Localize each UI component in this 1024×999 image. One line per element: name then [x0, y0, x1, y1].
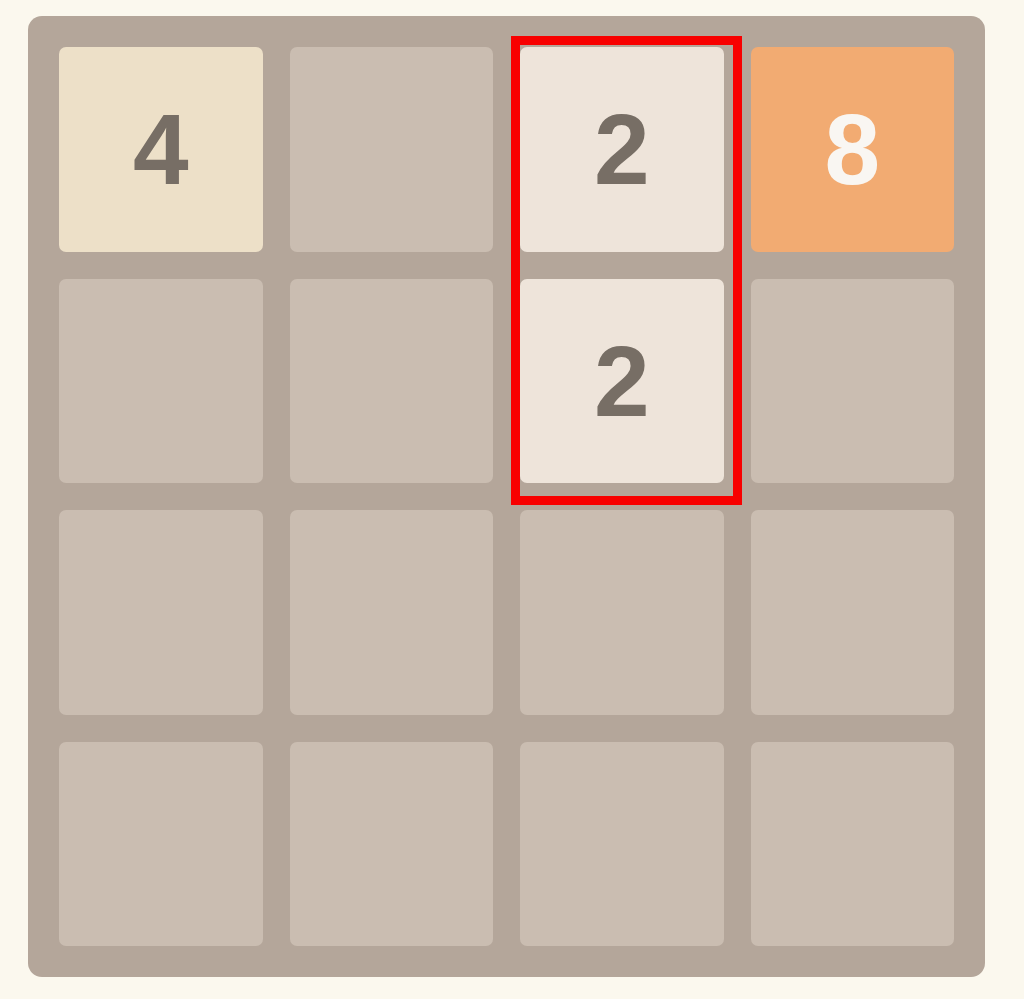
empty-cell-r1c2 — [290, 47, 494, 252]
empty-cell-r3c2 — [290, 510, 494, 715]
empty-cell-r2c4 — [751, 279, 955, 484]
empty-cell-r3c3 — [520, 510, 724, 715]
tile-8-r1c4: 8 — [751, 47, 955, 252]
game-board-2048[interactable]: 4282 — [28, 16, 985, 977]
empty-cell-r4c1 — [59, 742, 263, 947]
tile-2-r1c3: 2 — [520, 47, 724, 252]
tile-2-r2c3: 2 — [520, 279, 724, 484]
empty-cell-r4c3 — [520, 742, 724, 947]
tile-4-r1c1: 4 — [59, 47, 263, 252]
empty-cell-r3c4 — [751, 510, 955, 715]
empty-cell-r2c2 — [290, 279, 494, 484]
empty-cell-r4c4 — [751, 742, 955, 947]
empty-cell-r3c1 — [59, 510, 263, 715]
empty-cell-r4c2 — [290, 742, 494, 947]
tile-grid: 4282 — [28, 16, 985, 977]
empty-cell-r2c1 — [59, 279, 263, 484]
